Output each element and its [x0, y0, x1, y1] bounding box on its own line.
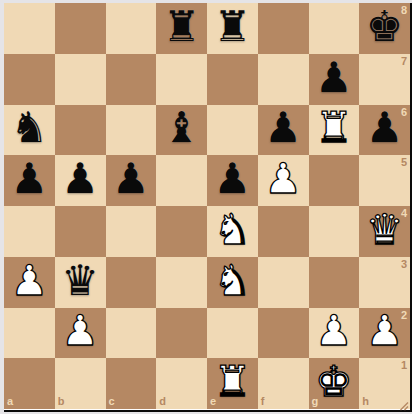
black-queen-b3[interactable]: ♛ [55, 257, 106, 308]
square-g1[interactable]: ♚g [309, 358, 360, 409]
square-c5[interactable]: ♟ [106, 155, 157, 206]
file-label-b: b [58, 396, 65, 407]
square-f6[interactable]: ♟ [258, 105, 309, 156]
white-knight-e4[interactable]: ♞ [207, 206, 258, 257]
resize-handle-icon[interactable] [398, 397, 409, 408]
square-h6[interactable]: ♟6 [359, 105, 410, 156]
square-e2[interactable] [207, 308, 258, 359]
black-rook-d8[interactable]: ♜ [156, 3, 207, 54]
square-b8[interactable] [55, 3, 106, 54]
square-g4[interactable] [309, 206, 360, 257]
square-c4[interactable] [106, 206, 157, 257]
square-c3[interactable] [106, 257, 157, 308]
square-d5[interactable] [156, 155, 207, 206]
square-f5[interactable]: ♟ [258, 155, 309, 206]
white-rook-g6[interactable]: ♜ [309, 105, 360, 156]
rank-label-1: 1 [401, 360, 407, 371]
black-pawn-h6[interactable]: ♟ [359, 105, 410, 156]
black-pawn-e5[interactable]: ♟ [207, 155, 258, 206]
square-d6[interactable]: ♝ [156, 105, 207, 156]
square-c6[interactable] [106, 105, 157, 156]
square-h1[interactable]: 1h [359, 358, 410, 409]
square-b5[interactable]: ♟ [55, 155, 106, 206]
chess-board-frame: ♜♜♚8♟7♞♝♟♜♟6♟♟♟♟♟5♞♛4♟♛♞3♟♟♟2abcd♜ef♚g1h [4, 3, 412, 412]
white-pawn-h2[interactable]: ♟ [359, 308, 410, 359]
file-label-f: f [261, 396, 265, 407]
square-c2[interactable] [106, 308, 157, 359]
rank-label-3: 3 [401, 259, 407, 270]
square-g8[interactable] [309, 3, 360, 54]
square-h5[interactable]: 5 [359, 155, 410, 206]
white-king-g1[interactable]: ♚ [309, 358, 360, 409]
square-e5[interactable]: ♟ [207, 155, 258, 206]
white-knight-e3[interactable]: ♞ [207, 257, 258, 308]
square-a5[interactable]: ♟ [4, 155, 55, 206]
file-label-a: a [7, 396, 13, 407]
square-g3[interactable] [309, 257, 360, 308]
square-g2[interactable]: ♟ [309, 308, 360, 359]
square-f2[interactable] [258, 308, 309, 359]
square-b6[interactable] [55, 105, 106, 156]
square-b7[interactable] [55, 54, 106, 105]
black-pawn-a5[interactable]: ♟ [4, 155, 55, 206]
square-g6[interactable]: ♜ [309, 105, 360, 156]
square-f1[interactable]: f [258, 358, 309, 409]
square-c1[interactable]: c [106, 358, 157, 409]
square-g5[interactable] [309, 155, 360, 206]
square-e4[interactable]: ♞ [207, 206, 258, 257]
square-d2[interactable] [156, 308, 207, 359]
square-h2[interactable]: ♟2 [359, 308, 410, 359]
rank-label-5: 5 [401, 157, 407, 168]
square-c7[interactable] [106, 54, 157, 105]
square-d8[interactable]: ♜ [156, 3, 207, 54]
black-pawn-c5[interactable]: ♟ [106, 155, 157, 206]
black-bishop-d6[interactable]: ♝ [156, 105, 207, 156]
square-h3[interactable]: 3 [359, 257, 410, 308]
file-label-h: h [362, 396, 369, 407]
square-e8[interactable]: ♜ [207, 3, 258, 54]
black-rook-e8[interactable]: ♜ [207, 3, 258, 54]
black-king-h8[interactable]: ♚ [359, 3, 410, 54]
square-h7[interactable]: 7 [359, 54, 410, 105]
square-d3[interactable] [156, 257, 207, 308]
square-h8[interactable]: ♚8 [359, 3, 410, 54]
square-h4[interactable]: ♛4 [359, 206, 410, 257]
square-d4[interactable] [156, 206, 207, 257]
square-a7[interactable] [4, 54, 55, 105]
square-g7[interactable]: ♟ [309, 54, 360, 105]
white-rook-e1[interactable]: ♜ [207, 358, 258, 409]
square-b2[interactable]: ♟ [55, 308, 106, 359]
white-pawn-a3[interactable]: ♟ [4, 257, 55, 308]
square-b1[interactable]: b [55, 358, 106, 409]
white-pawn-b2[interactable]: ♟ [55, 308, 106, 359]
square-b3[interactable]: ♛ [55, 257, 106, 308]
square-e3[interactable]: ♞ [207, 257, 258, 308]
square-d7[interactable] [156, 54, 207, 105]
white-pawn-g2[interactable]: ♟ [309, 308, 360, 359]
square-e1[interactable]: ♜e [207, 358, 258, 409]
square-e7[interactable] [207, 54, 258, 105]
black-pawn-g7[interactable]: ♟ [309, 54, 360, 105]
square-a1[interactable]: a [4, 358, 55, 409]
square-f3[interactable] [258, 257, 309, 308]
square-b4[interactable] [55, 206, 106, 257]
square-a6[interactable]: ♞ [4, 105, 55, 156]
chess-board: ♜♜♚8♟7♞♝♟♜♟6♟♟♟♟♟5♞♛4♟♛♞3♟♟♟2abcd♜ef♚g1h [4, 3, 410, 409]
square-f7[interactable] [258, 54, 309, 105]
square-a4[interactable] [4, 206, 55, 257]
file-label-c: c [109, 396, 115, 407]
file-label-d: d [159, 396, 166, 407]
square-f4[interactable] [258, 206, 309, 257]
black-knight-a6[interactable]: ♞ [4, 105, 55, 156]
black-pawn-f6[interactable]: ♟ [258, 105, 309, 156]
white-queen-h4[interactable]: ♛ [359, 206, 410, 257]
black-pawn-b5[interactable]: ♟ [55, 155, 106, 206]
white-pawn-f5[interactable]: ♟ [258, 155, 309, 206]
square-d1[interactable]: d [156, 358, 207, 409]
square-f8[interactable] [258, 3, 309, 54]
rank-label-7: 7 [401, 56, 407, 67]
square-a8[interactable] [4, 3, 55, 54]
square-a3[interactable]: ♟ [4, 257, 55, 308]
square-c8[interactable] [106, 3, 157, 54]
square-a2[interactable] [4, 308, 55, 359]
square-e6[interactable] [207, 105, 258, 156]
